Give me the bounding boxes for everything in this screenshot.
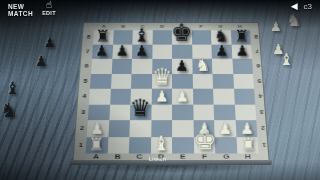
square-e2[interactable] (172, 120, 193, 136)
square-c7[interactable]: ♟ (132, 44, 152, 58)
coord-label-6: 6 (254, 63, 262, 68)
square-f4[interactable] (193, 89, 214, 105)
chess-app-screen: AABBCCDDEEFFGGHH8877665544332211 ♜♝♚♞♜♟♟… (0, 0, 320, 180)
new-match-label-line1: NEW (8, 3, 24, 10)
square-d1[interactable]: ♝ (150, 137, 172, 154)
captured-black-pawn: ♟ (44, 36, 56, 49)
piece-white-king[interactable]: ♚ (193, 127, 217, 153)
chess-board: AABBCCDDEEFFGGHH8877665544332211 ♜♝♚♞♜♟♟… (72, 22, 270, 162)
square-h4[interactable] (234, 89, 256, 105)
coord-label-8: 8 (85, 34, 93, 39)
new-match-button[interactable]: NEW MATCH (8, 3, 33, 17)
square-h3[interactable] (234, 104, 256, 120)
coord-label-3: 3 (79, 109, 88, 114)
square-h7[interactable]: ♟ (231, 44, 252, 58)
square-g7[interactable]: ♟ (211, 44, 232, 58)
square-e1[interactable] (172, 137, 194, 154)
square-a7[interactable]: ♟ (92, 44, 113, 58)
coord-label-7: 7 (84, 49, 92, 54)
piece-white-rook[interactable]: ♜ (240, 136, 256, 154)
square-a1[interactable]: ♜ (86, 137, 108, 154)
piece-black-pawn[interactable]: ♟ (215, 44, 228, 59)
square-b5[interactable] (110, 74, 131, 89)
piece-black-pawn[interactable]: ♟ (175, 59, 188, 74)
square-f3[interactable] (193, 104, 214, 120)
undo-last-move-icon[interactable]: ◀ (291, 2, 298, 11)
square-e3[interactable] (172, 104, 193, 120)
square-d3[interactable] (151, 104, 172, 120)
square-h5[interactable] (233, 74, 254, 89)
captured-white-pawn: ♟ (270, 20, 282, 33)
square-a5[interactable] (90, 74, 111, 89)
coord-label-4: 4 (80, 93, 88, 98)
new-match-label-line2: MATCH (8, 10, 33, 17)
coord-label-6: 6 (82, 63, 90, 68)
square-c6[interactable] (131, 59, 151, 74)
square-f8[interactable] (191, 30, 211, 44)
piece-black-queen[interactable]: ♛ (130, 97, 151, 121)
square-b2[interactable] (108, 120, 130, 136)
coord-label-4: 4 (256, 93, 264, 98)
square-c5[interactable] (131, 74, 152, 89)
square-g2[interactable]: ♟ (214, 120, 236, 136)
last-move-text: c3 (304, 2, 312, 11)
piece-black-king[interactable]: ♚ (171, 20, 193, 44)
coord-label-1: 1 (77, 142, 86, 148)
coord-label-8: 8 (252, 34, 260, 39)
piece-black-pawn[interactable]: ♟ (135, 44, 148, 59)
square-a3[interactable] (88, 104, 110, 120)
square-g6[interactable] (212, 59, 233, 74)
square-b4[interactable] (110, 89, 131, 105)
square-g3[interactable] (214, 104, 236, 120)
square-f6[interactable]: ♞ (192, 59, 213, 74)
square-b7[interactable]: ♟ (112, 44, 132, 58)
square-d7[interactable] (152, 44, 172, 58)
captured-white-bishop: ♝ (279, 52, 293, 68)
watermark-text: Llwtch (149, 156, 166, 162)
edit-label: EDIT (38, 10, 60, 16)
square-f1[interactable]: ♚ (193, 137, 215, 154)
square-c3[interactable]: ♛ (130, 104, 151, 120)
piece-white-pawn[interactable]: ♟ (176, 89, 190, 104)
coord-label-B: B (114, 24, 134, 28)
square-h6[interactable] (232, 59, 253, 74)
square-e8[interactable]: ♚ (172, 30, 192, 44)
move-indicator: ◀ c3 (291, 2, 316, 11)
square-a6[interactable] (91, 59, 112, 74)
square-h1[interactable]: ♜ (236, 137, 259, 154)
piece-white-bishop[interactable]: ♝ (152, 133, 170, 153)
square-g5[interactable] (212, 74, 233, 89)
captured-black-bishop: ♝ (5, 80, 20, 97)
board-front-edge (70, 160, 272, 165)
captured-white-knight: ♞ (286, 12, 301, 29)
coord-label-2: 2 (259, 125, 268, 131)
captured-black-knight: ♞ (0, 100, 18, 120)
coord-label-D: D (152, 24, 171, 28)
square-a4[interactable] (89, 89, 111, 105)
coord-label-2: 2 (78, 125, 87, 131)
square-b1[interactable] (107, 137, 129, 154)
coord-label-1: 1 (260, 142, 269, 148)
piece-white-pawn[interactable]: ♟ (155, 89, 169, 104)
coord-label-7: 7 (253, 49, 261, 54)
square-b6[interactable] (111, 59, 132, 74)
square-d8[interactable] (152, 30, 172, 44)
piece-black-pawn[interactable]: ♟ (115, 44, 128, 59)
square-g1[interactable] (215, 137, 237, 154)
piece-black-pawn[interactable]: ♟ (95, 44, 108, 59)
piece-white-rook[interactable]: ♜ (88, 136, 104, 154)
square-e4[interactable]: ♟ (172, 89, 193, 105)
square-e6[interactable]: ♟ (172, 59, 192, 74)
piece-black-pawn[interactable]: ♟ (235, 44, 248, 59)
edit-button[interactable]: ☝ EDIT (38, 0, 60, 16)
piece-white-pawn[interactable]: ♟ (218, 121, 232, 137)
coord-label-F: F (191, 24, 211, 28)
square-c1[interactable] (129, 137, 151, 154)
captured-black-pawn: ♟ (35, 54, 48, 68)
square-c2[interactable] (129, 120, 151, 136)
coord-label-3: 3 (257, 109, 266, 114)
square-d4[interactable]: ♟ (151, 89, 172, 105)
square-b3[interactable] (109, 104, 131, 120)
square-f5[interactable] (192, 74, 213, 89)
square-g4[interactable] (213, 89, 234, 105)
piece-white-knight[interactable]: ♞ (195, 57, 210, 74)
piece-white-queen[interactable]: ♛ (151, 66, 172, 89)
coord-label-5: 5 (81, 78, 89, 83)
board-squares: ♜♝♚♞♜♟♟♟♟♟♟♞♛♟♟♛♟♟♟♟♜♝♚♜ (86, 30, 259, 153)
hand-cursor-icon: ☝ (38, 0, 60, 10)
coord-label-5: 5 (255, 78, 263, 83)
